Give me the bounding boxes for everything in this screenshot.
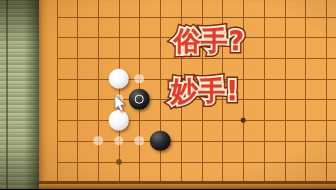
grid-line-vertical: [119, 0, 120, 183]
mouse-cursor-icon: [114, 95, 127, 113]
grid-line-vertical: [264, 0, 265, 183]
highlight-point[interactable]: [93, 136, 103, 146]
grid-line-horizontal: [57, 58, 336, 59]
highlight-point[interactable]: [114, 136, 124, 146]
white-stone[interactable]: [109, 68, 130, 89]
dot-marker: [116, 159, 122, 165]
video-frame: 俗手? 俗手? 俗手? 妙手! 妙手! 妙手!: [0, 0, 336, 189]
caption-text: 俗手?: [173, 25, 244, 56]
board-bottom-edge-line: [39, 181, 336, 184]
star-point: [241, 118, 246, 123]
grid-line-vertical: [77, 0, 78, 183]
grid-line-vertical: [57, 0, 58, 183]
grid-line-horizontal: [57, 17, 336, 18]
grid-line-vertical: [160, 0, 161, 183]
grid-line-horizontal: [57, 120, 336, 121]
grid-line-vertical: [326, 0, 327, 183]
board-bottom-edge-wood: [39, 184, 336, 190]
grid-line-vertical: [98, 0, 99, 183]
grid-line-vertical: [285, 0, 286, 183]
caption-common-move: 俗手? 俗手? 俗手?: [173, 27, 244, 54]
tatami-vignette: [0, 0, 39, 189]
last-move-marker-icon: [135, 95, 144, 104]
caption-text: 妙手!: [171, 75, 239, 106]
grid-line-horizontal: [57, 162, 336, 163]
black-stone[interactable]: [150, 131, 171, 152]
white-stone[interactable]: [109, 110, 130, 131]
grid-line-vertical: [305, 0, 306, 183]
highlight-point[interactable]: [135, 74, 145, 84]
highlight-point[interactable]: [135, 136, 145, 146]
caption-brilliant-move: 妙手! 妙手! 妙手!: [171, 77, 239, 104]
tatami-mat: [0, 0, 39, 189]
